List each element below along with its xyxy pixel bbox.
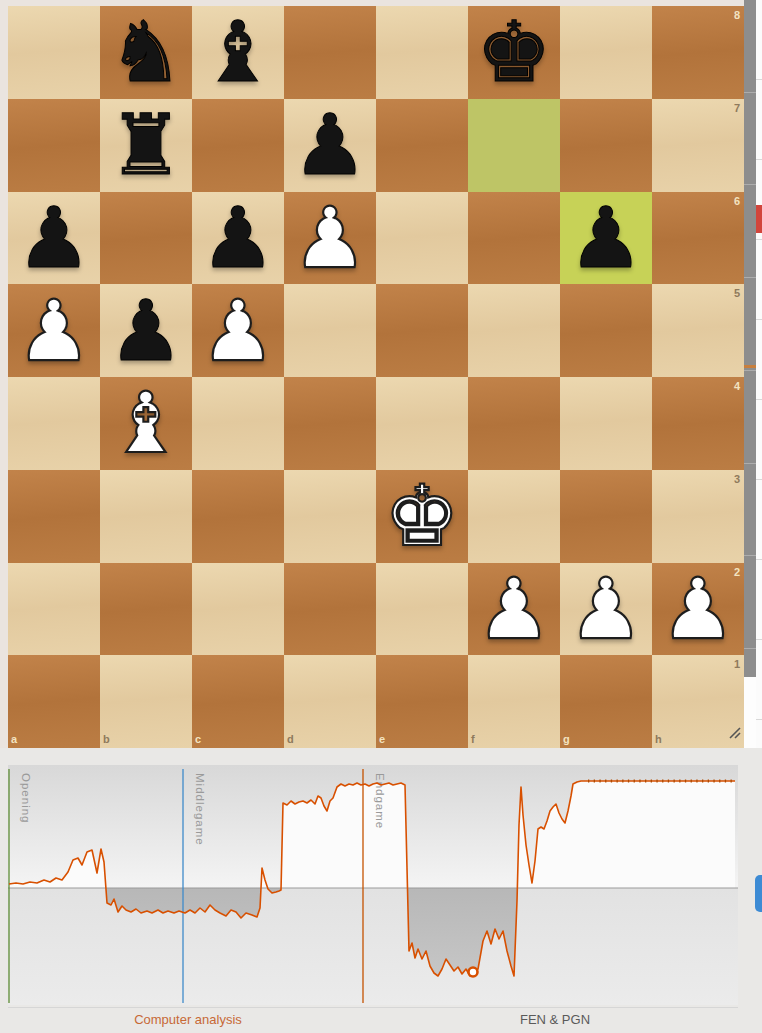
square-a2[interactable] [8, 563, 100, 656]
square-d5[interactable] [284, 284, 376, 377]
square-d2[interactable] [284, 563, 376, 656]
square-e3[interactable]: ♚ [376, 470, 468, 563]
square-c7[interactable] [192, 99, 284, 192]
square-g3[interactable] [560, 470, 652, 563]
tab-fen-pgn[interactable]: FEN & PGN [520, 1012, 590, 1027]
advantage-chart-svg[interactable]: OpeningMiddlegameEndgame [8, 765, 738, 1005]
square-e4[interactable] [376, 377, 468, 470]
black-pawn[interactable]: ♟ [192, 192, 284, 285]
square-c5[interactable]: ♟ [192, 284, 284, 377]
file-label-g: g [563, 734, 570, 745]
white-pawn[interactable]: ♟ [284, 192, 376, 285]
square-h5[interactable]: 5 [652, 284, 744, 377]
analysis-page: ♞♝♚8♜♟7♟♟♟♟6♟♟♟5♝4♚3♟♟♟2abcdefgh1 Openin… [0, 0, 762, 1033]
black-pawn[interactable]: ♟ [560, 192, 652, 285]
square-d3[interactable] [284, 470, 376, 563]
file-label-b: b [103, 734, 110, 745]
white-pawn[interactable]: ♟ [192, 284, 284, 377]
rank-label-5: 5 [734, 288, 740, 299]
square-f5[interactable] [468, 284, 560, 377]
side-panel-red-button-edge[interactable] [756, 205, 762, 233]
file-label-a: a [11, 734, 17, 745]
white-king[interactable]: ♚ [376, 470, 468, 563]
square-g1[interactable]: g [560, 655, 652, 748]
rank-label-1: 1 [734, 659, 740, 670]
square-d8[interactable] [284, 6, 376, 99]
square-g6[interactable]: ♟ [560, 192, 652, 285]
square-h3[interactable]: 3 [652, 470, 744, 563]
square-b2[interactable] [100, 563, 192, 656]
square-c1[interactable]: c [192, 655, 284, 748]
black-knight[interactable]: ♞ [100, 6, 192, 99]
square-h4[interactable]: 4 [652, 377, 744, 470]
file-label-d: d [287, 734, 294, 745]
square-d6[interactable]: ♟ [284, 192, 376, 285]
side-panel-blue-button-edge[interactable] [755, 875, 762, 912]
square-h8[interactable]: 8 [652, 6, 744, 99]
black-pawn[interactable]: ♟ [284, 99, 376, 192]
square-c3[interactable] [192, 470, 284, 563]
tabbar-divider [8, 1007, 738, 1008]
square-a7[interactable] [8, 99, 100, 192]
svg-text:Endgame: Endgame [374, 773, 386, 829]
square-a8[interactable] [8, 6, 100, 99]
square-e8[interactable] [376, 6, 468, 99]
square-c8[interactable]: ♝ [192, 6, 284, 99]
black-rook[interactable]: ♜ [100, 99, 192, 192]
file-label-c: c [195, 734, 201, 745]
square-h2[interactable]: ♟2 [652, 563, 744, 656]
side-panel-edge [756, 0, 762, 748]
square-f8[interactable]: ♚ [468, 6, 560, 99]
square-d7[interactable]: ♟ [284, 99, 376, 192]
square-h6[interactable]: 6 [652, 192, 744, 285]
current-move-marker[interactable] [469, 968, 478, 977]
black-bishop[interactable]: ♝ [192, 6, 284, 99]
white-pawn[interactable]: ♟ [468, 563, 560, 656]
square-g7[interactable] [560, 99, 652, 192]
square-e2[interactable] [376, 563, 468, 656]
square-b8[interactable]: ♞ [100, 6, 192, 99]
scrollbar-track[interactable] [744, 0, 756, 748]
board-resize-handle-icon[interactable] [724, 722, 744, 742]
square-b7[interactable]: ♜ [100, 99, 192, 192]
square-a1[interactable]: a [8, 655, 100, 748]
rank-label-7: 7 [734, 103, 740, 114]
square-f2[interactable]: ♟ [468, 563, 560, 656]
white-pawn[interactable]: ♟ [652, 563, 744, 656]
white-pawn[interactable]: ♟ [560, 563, 652, 656]
file-label-e: e [379, 734, 385, 745]
square-a5[interactable]: ♟ [8, 284, 100, 377]
square-a4[interactable] [8, 377, 100, 470]
rank-label-6: 6 [734, 196, 740, 207]
square-c6[interactable]: ♟ [192, 192, 284, 285]
square-b6[interactable] [100, 192, 192, 285]
white-bishop[interactable]: ♝ [100, 377, 192, 470]
square-g2[interactable]: ♟ [560, 563, 652, 656]
square-c4[interactable] [192, 377, 284, 470]
svg-text:Middlegame: Middlegame [194, 773, 206, 846]
rank-label-4: 4 [734, 381, 740, 392]
square-f7[interactable] [468, 99, 560, 192]
square-h7[interactable]: 7 [652, 99, 744, 192]
square-g4[interactable] [560, 377, 652, 470]
black-pawn[interactable]: ♟ [8, 192, 100, 285]
svg-text:Opening: Opening [20, 773, 32, 823]
square-c2[interactable] [192, 563, 284, 656]
square-b4[interactable]: ♝ [100, 377, 192, 470]
square-a6[interactable]: ♟ [8, 192, 100, 285]
square-b1[interactable]: b [100, 655, 192, 748]
file-label-h: h [655, 734, 662, 745]
square-b5[interactable]: ♟ [100, 284, 192, 377]
rank-label-8: 8 [734, 10, 740, 21]
square-e6[interactable] [376, 192, 468, 285]
black-pawn[interactable]: ♟ [100, 284, 192, 377]
square-f1[interactable]: f [468, 655, 560, 748]
rank-label-2: 2 [734, 567, 740, 578]
square-d4[interactable] [284, 377, 376, 470]
tab-computer-analysis[interactable]: Computer analysis [134, 1012, 242, 1027]
file-label-f: f [471, 734, 475, 745]
square-f4[interactable] [468, 377, 560, 470]
white-pawn[interactable]: ♟ [8, 284, 100, 377]
square-e7[interactable] [376, 99, 468, 192]
advantage-chart[interactable]: OpeningMiddlegameEndgame [8, 765, 738, 1009]
chess-board[interactable]: ♞♝♚8♜♟7♟♟♟♟6♟♟♟5♝4♚3♟♟♟2abcdefgh1 [8, 6, 744, 748]
square-f6[interactable] [468, 192, 560, 285]
square-d1[interactable]: d [284, 655, 376, 748]
square-b3[interactable] [100, 470, 192, 563]
rank-label-3: 3 [734, 474, 740, 485]
square-g5[interactable] [560, 284, 652, 377]
square-a3[interactable] [8, 470, 100, 563]
square-e5[interactable] [376, 284, 468, 377]
square-e1[interactable]: e [376, 655, 468, 748]
square-f3[interactable] [468, 470, 560, 563]
black-king[interactable]: ♚ [468, 6, 560, 99]
scrollbar-thumb[interactable] [744, 0, 756, 677]
square-g8[interactable] [560, 6, 652, 99]
